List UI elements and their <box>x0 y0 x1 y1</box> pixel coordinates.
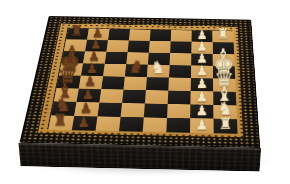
square-g4[interactable] <box>149 41 171 53</box>
chess-photo-scene: ♜♟♟♜♟♟♝♟♟♝♚♟♞♞♟♚♛♟♟♛♝♟♟♝♞♟♟♞♜♟♟♜ <box>0 0 290 184</box>
square-a2[interactable]: ♟ <box>190 118 214 133</box>
square-g5[interactable] <box>128 41 150 53</box>
square-h4[interactable] <box>150 30 171 42</box>
square-a3[interactable] <box>166 118 190 133</box>
square-e4[interactable]: ♞ <box>147 65 170 78</box>
piece-white-pawn-a2[interactable]: ♟ <box>195 118 208 132</box>
piece-white-pawn-b2[interactable]: ♟ <box>196 104 209 118</box>
square-b4[interactable] <box>144 104 168 118</box>
square-d4[interactable] <box>146 77 169 90</box>
square-b5[interactable] <box>121 103 145 117</box>
square-e5[interactable]: ♞ <box>125 64 148 77</box>
square-a7[interactable]: ♟ <box>72 116 98 131</box>
square-e3[interactable] <box>169 65 191 78</box>
square-a8[interactable]: ♜ <box>48 115 74 130</box>
square-c4[interactable] <box>145 90 168 104</box>
square-a1[interactable]: ♜ <box>214 119 238 134</box>
piece-white-knight-e4[interactable]: ♞ <box>150 59 166 76</box>
square-h1[interactable]: ♜ <box>212 31 233 43</box>
square-h8[interactable]: ♜ <box>66 28 89 40</box>
square-c3[interactable] <box>168 91 191 105</box>
square-g6[interactable] <box>106 40 128 52</box>
piece-white-rook-a1[interactable]: ♜ <box>218 116 233 132</box>
piece-black-rook-a8[interactable]: ♜ <box>53 112 68 128</box>
piece-black-pawn-b7[interactable]: ♟ <box>80 101 92 115</box>
square-g3[interactable] <box>170 41 192 53</box>
chess-board: ♜♟♟♜♟♟♝♟♟♝♚♟♞♞♟♚♛♟♟♛♝♟♟♝♞♟♟♞♜♟♟♜ <box>47 28 236 133</box>
square-b3[interactable] <box>167 104 191 118</box>
square-d5[interactable] <box>124 77 147 90</box>
square-a6[interactable] <box>95 116 120 131</box>
chess-board-box: ♜♟♟♜♟♟♝♟♟♝♚♟♞♞♟♚♛♟♟♛♝♟♟♝♞♟♟♞♜♟♟♜ <box>20 16 261 148</box>
square-e6[interactable] <box>103 64 126 77</box>
piece-black-rook-h8[interactable]: ♜ <box>70 24 83 38</box>
square-a5[interactable] <box>119 117 144 132</box>
piece-white-rook-h1[interactable]: ♜ <box>216 27 229 41</box>
piece-black-pawn-a7[interactable]: ♟ <box>77 115 90 129</box>
square-d6[interactable] <box>101 76 125 89</box>
carved-outer-border: ♜♟♟♜♟♟♝♟♟♝♚♟♞♞♟♚♛♟♟♛♝♟♟♝♞♟♟♞♜♟♟♜ <box>20 16 261 148</box>
piece-black-knight-e5[interactable]: ♞ <box>128 59 143 76</box>
square-d3[interactable] <box>168 78 191 91</box>
square-b6[interactable] <box>97 103 122 117</box>
square-a4[interactable] <box>143 117 167 132</box>
square-h3[interactable] <box>171 30 192 42</box>
